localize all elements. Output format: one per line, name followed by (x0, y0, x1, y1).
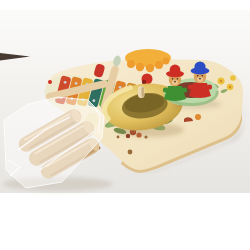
sun-ray-dot (127, 60, 135, 68)
decor-dot (48, 80, 52, 84)
flower-center (220, 80, 223, 83)
flower (230, 75, 236, 81)
knot-dot (128, 150, 133, 155)
bear-arm (188, 84, 193, 89)
bear-eye (197, 75, 199, 77)
bear-hat-brim (191, 67, 210, 74)
bear-hat-brim (166, 70, 184, 77)
toy-product-photo (0, 0, 250, 250)
bear-arm (163, 87, 168, 92)
bear-arm (182, 87, 187, 92)
sun-ray-dot (163, 58, 170, 65)
orange-fruit (195, 114, 201, 120)
twig-dot (117, 136, 120, 139)
bear-eye (177, 78, 179, 80)
photo-canvas (0, 0, 250, 250)
cymbal-knob-shade (142, 87, 144, 97)
bear-arm (207, 84, 212, 89)
sun-ray-dot (136, 63, 144, 71)
bear-nose (199, 78, 201, 80)
bear-eye (172, 78, 174, 80)
bear-nose (174, 81, 176, 83)
metal-pin (64, 81, 67, 84)
sun-ray-dot (146, 64, 154, 72)
flower-center (229, 86, 231, 88)
bear-eye (202, 75, 204, 77)
metal-pin (93, 99, 96, 102)
sun-ray-dot (155, 61, 163, 69)
metal-pin (75, 82, 78, 85)
red-flower-shade (142, 80, 146, 84)
